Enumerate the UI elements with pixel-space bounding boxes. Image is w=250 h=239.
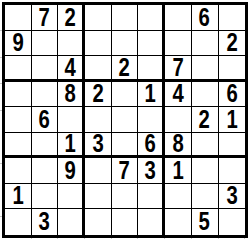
given-digit: 7 (119, 157, 130, 184)
given-digit: 3 (226, 182, 237, 209)
given-digit: 8 (172, 130, 183, 157)
cell-r2c9[interactable]: 2 (219, 31, 246, 57)
cell-r6c4[interactable]: 3 (85, 133, 112, 159)
cell-r6c9[interactable] (219, 133, 246, 159)
cell-r1c3[interactable]: 2 (58, 5, 85, 31)
cell-r2c8[interactable] (192, 31, 219, 57)
cell-r9c9[interactable] (219, 209, 246, 235)
given-digit: 6 (199, 4, 210, 31)
given-digit: 2 (65, 4, 76, 31)
given-digit: 4 (65, 54, 76, 81)
cell-r6c1[interactable] (5, 133, 32, 159)
given-digit: 2 (199, 106, 210, 133)
cell-r9c3[interactable] (58, 209, 85, 235)
cell-r9c4[interactable] (85, 209, 112, 235)
given-digit: 6 (39, 106, 50, 133)
cell-r5c5[interactable] (112, 107, 139, 133)
cell-r3c1[interactable] (5, 56, 32, 82)
cell-r9c2[interactable]: 3 (32, 209, 59, 235)
cell-r8c5[interactable] (112, 184, 139, 210)
cell-r2c6[interactable] (138, 31, 165, 57)
cell-r7c3[interactable]: 9 (58, 158, 85, 184)
given-digit: 4 (172, 80, 183, 107)
cell-r7c6[interactable]: 3 (138, 158, 165, 184)
cell-r5c2[interactable]: 6 (32, 107, 59, 133)
cell-r2c1[interactable]: 9 (5, 31, 32, 57)
given-digit: 1 (12, 182, 23, 209)
cell-r8c7[interactable] (165, 184, 192, 210)
cell-r1c8[interactable]: 6 (192, 5, 219, 31)
given-digit: 6 (145, 130, 156, 157)
cell-r7c5[interactable]: 7 (112, 158, 139, 184)
cell-r5c9[interactable]: 1 (219, 107, 246, 133)
given-digit: 8 (65, 80, 76, 107)
cell-r9c6[interactable] (138, 209, 165, 235)
given-digit: 1 (226, 106, 237, 133)
cell-r9c8[interactable]: 5 (192, 209, 219, 235)
cell-r1c5[interactable] (112, 5, 139, 31)
given-digit: 7 (172, 54, 183, 81)
given-digit: 9 (65, 157, 76, 184)
cell-r1c6[interactable] (138, 5, 165, 31)
given-digit: 9 (12, 29, 23, 56)
cell-r3c5[interactable]: 2 (112, 56, 139, 82)
given-digit: 3 (92, 130, 103, 157)
given-digit: 1 (65, 130, 76, 157)
cell-r1c2[interactable]: 7 (32, 5, 59, 31)
cell-r7c7[interactable]: 1 (165, 158, 192, 184)
cell-r8c3[interactable] (58, 184, 85, 210)
cell-r9c5[interactable] (112, 209, 139, 235)
cell-r6c2[interactable] (32, 133, 59, 159)
given-digit: 1 (172, 157, 183, 184)
given-digit: 2 (226, 29, 237, 56)
cell-r2c4[interactable] (85, 31, 112, 57)
cell-r4c4[interactable]: 2 (85, 82, 112, 108)
given-digit: 5 (199, 208, 210, 235)
cell-r6c8[interactable] (192, 133, 219, 159)
cell-r4c3[interactable]: 8 (58, 82, 85, 108)
cell-r3c8[interactable] (192, 56, 219, 82)
cell-r1c4[interactable] (85, 5, 112, 31)
cell-r9c1[interactable] (5, 209, 32, 235)
cell-r5c8[interactable]: 2 (192, 107, 219, 133)
given-digit: 2 (92, 80, 103, 107)
cell-r8c4[interactable] (85, 184, 112, 210)
given-digit: 3 (39, 208, 50, 235)
cell-r8c9[interactable]: 3 (219, 184, 246, 210)
cell-r7c4[interactable] (85, 158, 112, 184)
cell-r2c2[interactable] (32, 31, 59, 57)
cell-r8c8[interactable] (192, 184, 219, 210)
cell-r7c2[interactable] (32, 158, 59, 184)
cell-r5c1[interactable] (5, 107, 32, 133)
cell-r8c1[interactable]: 1 (5, 184, 32, 210)
cell-r1c7[interactable] (165, 5, 192, 31)
cell-r3c2[interactable] (32, 56, 59, 82)
cell-r7c8[interactable] (192, 158, 219, 184)
given-digit: 3 (145, 157, 156, 184)
cell-r9c7[interactable] (165, 209, 192, 235)
cell-r4c5[interactable] (112, 82, 139, 108)
given-digit: 2 (119, 54, 130, 81)
cell-r8c6[interactable] (138, 184, 165, 210)
cell-r8c2[interactable] (32, 184, 59, 210)
cell-r4c1[interactable] (5, 82, 32, 108)
given-digit: 7 (39, 4, 50, 31)
given-digit: 1 (145, 80, 156, 107)
cell-r4c7[interactable]: 4 (165, 82, 192, 108)
cell-r4c6[interactable]: 1 (138, 82, 165, 108)
sudoku-board: 7269242782146621136897311335 (2, 2, 248, 238)
